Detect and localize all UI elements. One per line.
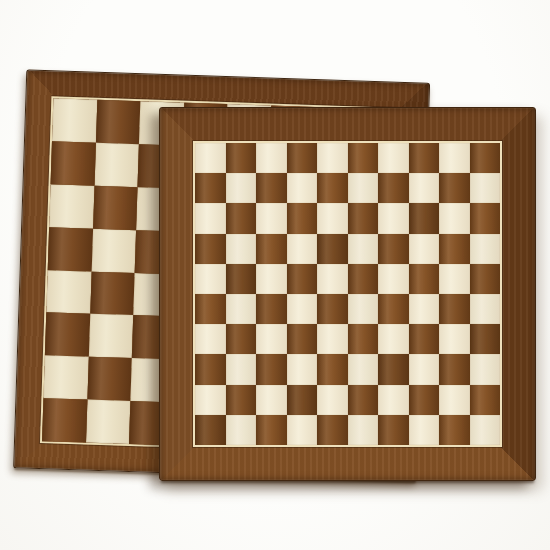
square-dark bbox=[470, 324, 501, 354]
square-light bbox=[470, 173, 501, 203]
square-light bbox=[439, 203, 470, 233]
square-dark bbox=[195, 294, 226, 324]
square-dark bbox=[287, 385, 318, 415]
square-dark bbox=[51, 141, 96, 185]
square-dark bbox=[348, 203, 379, 233]
square-light bbox=[348, 354, 379, 384]
square-light bbox=[195, 203, 226, 233]
square-dark bbox=[439, 354, 470, 384]
square-light bbox=[317, 264, 348, 294]
square-light bbox=[378, 385, 409, 415]
square-dark bbox=[470, 143, 501, 173]
square-light bbox=[470, 354, 501, 384]
square-light bbox=[409, 354, 440, 384]
square-dark bbox=[226, 203, 257, 233]
square-light bbox=[348, 234, 379, 264]
square-light bbox=[409, 234, 440, 264]
square-dark bbox=[45, 313, 90, 357]
square-dark bbox=[470, 385, 501, 415]
square-dark bbox=[287, 203, 318, 233]
square-dark bbox=[439, 294, 470, 324]
square-light bbox=[287, 294, 318, 324]
square-light bbox=[43, 355, 88, 399]
square-light bbox=[348, 173, 379, 203]
square-light bbox=[348, 415, 379, 445]
square-dark bbox=[317, 354, 348, 384]
square-light bbox=[317, 324, 348, 354]
square-dark bbox=[470, 203, 501, 233]
square-dark bbox=[378, 173, 409, 203]
product-photo-scene bbox=[0, 0, 550, 550]
square-light bbox=[317, 385, 348, 415]
square-dark bbox=[90, 271, 135, 315]
square-dark bbox=[470, 264, 501, 294]
square-light bbox=[287, 234, 318, 264]
square-dark bbox=[195, 354, 226, 384]
square-dark bbox=[87, 357, 132, 401]
square-light bbox=[439, 143, 470, 173]
square-dark bbox=[409, 324, 440, 354]
square-dark bbox=[378, 294, 409, 324]
square-light bbox=[378, 203, 409, 233]
draughts-board-inlay-border bbox=[193, 141, 502, 447]
square-dark bbox=[226, 385, 257, 415]
square-dark bbox=[195, 415, 226, 445]
square-dark bbox=[317, 173, 348, 203]
square-light bbox=[409, 294, 440, 324]
square-light bbox=[287, 415, 318, 445]
square-light bbox=[86, 400, 131, 444]
square-dark bbox=[256, 415, 287, 445]
square-light bbox=[195, 324, 226, 354]
square-light bbox=[195, 264, 226, 294]
square-dark bbox=[409, 203, 440, 233]
draughts-board-grid bbox=[195, 143, 500, 445]
square-dark bbox=[439, 415, 470, 445]
square-dark bbox=[378, 354, 409, 384]
square-dark bbox=[226, 264, 257, 294]
square-dark bbox=[409, 264, 440, 294]
square-light bbox=[470, 234, 501, 264]
square-dark bbox=[256, 234, 287, 264]
square-light bbox=[470, 294, 501, 324]
square-light bbox=[409, 173, 440, 203]
square-light bbox=[348, 294, 379, 324]
square-dark bbox=[348, 264, 379, 294]
square-light bbox=[256, 264, 287, 294]
square-light bbox=[470, 415, 501, 445]
square-light bbox=[88, 314, 133, 358]
square-dark bbox=[42, 398, 87, 442]
square-dark bbox=[195, 234, 226, 264]
square-light bbox=[46, 270, 91, 314]
square-light bbox=[287, 354, 318, 384]
square-light bbox=[256, 385, 287, 415]
square-dark bbox=[48, 227, 93, 271]
square-light bbox=[317, 203, 348, 233]
square-dark bbox=[287, 143, 318, 173]
square-dark bbox=[287, 324, 318, 354]
square-light bbox=[378, 324, 409, 354]
square-dark bbox=[409, 143, 440, 173]
square-light bbox=[439, 324, 470, 354]
square-dark bbox=[317, 234, 348, 264]
square-light bbox=[226, 415, 257, 445]
square-dark bbox=[93, 185, 138, 229]
square-dark bbox=[95, 100, 140, 144]
square-dark bbox=[439, 234, 470, 264]
square-dark bbox=[317, 415, 348, 445]
square-light bbox=[317, 143, 348, 173]
square-light bbox=[226, 354, 257, 384]
square-dark bbox=[226, 324, 257, 354]
square-dark bbox=[287, 264, 318, 294]
square-light bbox=[195, 385, 226, 415]
square-dark bbox=[378, 234, 409, 264]
square-light bbox=[256, 143, 287, 173]
square-light bbox=[94, 143, 139, 187]
square-dark bbox=[226, 143, 257, 173]
square-light bbox=[439, 264, 470, 294]
square-light bbox=[195, 143, 226, 173]
square-light bbox=[409, 415, 440, 445]
draughts-board-front bbox=[159, 107, 536, 481]
square-dark bbox=[256, 354, 287, 384]
square-light bbox=[91, 228, 136, 272]
square-dark bbox=[409, 385, 440, 415]
square-light bbox=[226, 234, 257, 264]
square-dark bbox=[256, 173, 287, 203]
square-dark bbox=[348, 385, 379, 415]
square-dark bbox=[348, 143, 379, 173]
square-dark bbox=[439, 173, 470, 203]
square-light bbox=[256, 203, 287, 233]
square-light bbox=[287, 173, 318, 203]
square-dark bbox=[195, 173, 226, 203]
square-light bbox=[49, 184, 94, 228]
square-dark bbox=[348, 324, 379, 354]
square-light bbox=[52, 98, 97, 142]
square-dark bbox=[317, 294, 348, 324]
square-dark bbox=[256, 294, 287, 324]
square-light bbox=[226, 173, 257, 203]
square-light bbox=[439, 385, 470, 415]
square-dark bbox=[378, 415, 409, 445]
square-light bbox=[378, 264, 409, 294]
square-light bbox=[378, 143, 409, 173]
square-light bbox=[226, 294, 257, 324]
square-light bbox=[256, 324, 287, 354]
